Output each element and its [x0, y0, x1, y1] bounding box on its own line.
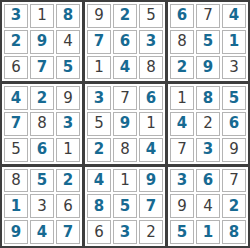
cell-r2c2[interactable]: 9: [30, 30, 54, 54]
cell-r7c5[interactable]: 1: [113, 169, 137, 193]
cell-r9c3[interactable]: 7: [56, 220, 80, 244]
cell-r1c7[interactable]: 6: [170, 4, 194, 28]
cell-r3c5[interactable]: 4: [113, 56, 137, 80]
cell-r5c6[interactable]: 1: [139, 112, 163, 136]
cell-r3c8[interactable]: 9: [196, 56, 220, 80]
cell-r9c9[interactable]: 8: [222, 220, 246, 244]
cell-r8c7[interactable]: 9: [170, 194, 194, 218]
cell-r3c6[interactable]: 8: [139, 56, 163, 80]
cell-r1c8[interactable]: 7: [196, 4, 220, 28]
cell-r6c2[interactable]: 6: [30, 138, 54, 162]
sudoku-board: 3182946759257631486748512934297835613765…: [0, 0, 250, 248]
cell-r3c9[interactable]: 3: [222, 56, 246, 80]
cell-r7c6[interactable]: 9: [139, 169, 163, 193]
cell-r1c3[interactable]: 8: [56, 4, 80, 28]
cell-r9c4[interactable]: 6: [87, 220, 111, 244]
cell-r4c6[interactable]: 6: [139, 86, 163, 110]
cell-r6c6[interactable]: 4: [139, 138, 163, 162]
cell-r4c5[interactable]: 7: [113, 86, 137, 110]
cell-r7c4[interactable]: 4: [87, 169, 111, 193]
cell-r5c8[interactable]: 2: [196, 112, 220, 136]
cell-r9c1[interactable]: 9: [4, 220, 28, 244]
cell-r8c3[interactable]: 6: [56, 194, 80, 218]
cell-r8c5[interactable]: 5: [113, 194, 137, 218]
sudoku-box-3: 674851293: [168, 2, 248, 81]
sudoku-box-9: 367942518: [168, 167, 248, 246]
sudoku-box-7: 852136947: [2, 167, 82, 246]
cell-r1c1[interactable]: 3: [4, 4, 28, 28]
sudoku-box-8: 419857632: [85, 167, 165, 246]
cell-r7c1[interactable]: 8: [4, 169, 28, 193]
cell-r6c5[interactable]: 8: [113, 138, 137, 162]
sudoku-box-2: 925763148: [85, 2, 165, 81]
cell-r6c1[interactable]: 5: [4, 138, 28, 162]
cell-r4c9[interactable]: 5: [222, 86, 246, 110]
cell-r5c5[interactable]: 9: [113, 112, 137, 136]
cell-r9c8[interactable]: 1: [196, 220, 220, 244]
cell-r1c4[interactable]: 9: [87, 4, 111, 28]
cell-r3c3[interactable]: 5: [56, 56, 80, 80]
sudoku-box-1: 318294675: [2, 2, 82, 81]
cell-r2c4[interactable]: 7: [87, 30, 111, 54]
cell-r5c7[interactable]: 4: [170, 112, 194, 136]
cell-r2c3[interactable]: 4: [56, 30, 80, 54]
cell-r8c6[interactable]: 7: [139, 194, 163, 218]
cell-r5c4[interactable]: 5: [87, 112, 111, 136]
cell-r6c4[interactable]: 2: [87, 138, 111, 162]
cell-r9c5[interactable]: 3: [113, 220, 137, 244]
cell-r6c7[interactable]: 7: [170, 138, 194, 162]
cell-r4c8[interactable]: 8: [196, 86, 220, 110]
cell-r4c3[interactable]: 9: [56, 86, 80, 110]
cell-r4c4[interactable]: 3: [87, 86, 111, 110]
cell-r5c9[interactable]: 6: [222, 112, 246, 136]
cell-r1c5[interactable]: 2: [113, 4, 137, 28]
cell-r8c2[interactable]: 3: [30, 194, 54, 218]
cell-r1c6[interactable]: 5: [139, 4, 163, 28]
sudoku-box-6: 185426739: [168, 84, 248, 163]
cell-r3c2[interactable]: 7: [30, 56, 54, 80]
cell-r8c1[interactable]: 1: [4, 194, 28, 218]
cell-r2c1[interactable]: 2: [4, 30, 28, 54]
cell-r6c3[interactable]: 1: [56, 138, 80, 162]
cell-r9c2[interactable]: 4: [30, 220, 54, 244]
cell-r7c8[interactable]: 6: [196, 169, 220, 193]
cell-r7c9[interactable]: 7: [222, 169, 246, 193]
cell-r3c4[interactable]: 1: [87, 56, 111, 80]
cell-r4c7[interactable]: 1: [170, 86, 194, 110]
sudoku-box-4: 429783561: [2, 84, 82, 163]
cell-r5c2[interactable]: 8: [30, 112, 54, 136]
cell-r6c9[interactable]: 9: [222, 138, 246, 162]
cell-r2c7[interactable]: 8: [170, 30, 194, 54]
cell-r2c5[interactable]: 6: [113, 30, 137, 54]
cell-r8c9[interactable]: 2: [222, 194, 246, 218]
cell-r4c1[interactable]: 4: [4, 86, 28, 110]
cell-r7c7[interactable]: 3: [170, 169, 194, 193]
cell-r6c8[interactable]: 3: [196, 138, 220, 162]
cell-r3c1[interactable]: 6: [4, 56, 28, 80]
cell-r8c4[interactable]: 8: [87, 194, 111, 218]
cell-r2c9[interactable]: 1: [222, 30, 246, 54]
cell-r7c2[interactable]: 5: [30, 169, 54, 193]
cell-r2c6[interactable]: 3: [139, 30, 163, 54]
cell-r3c7[interactable]: 2: [170, 56, 194, 80]
cell-r5c1[interactable]: 7: [4, 112, 28, 136]
sudoku-box-5: 376591284: [85, 84, 165, 163]
cell-r5c3[interactable]: 3: [56, 112, 80, 136]
cell-r1c2[interactable]: 1: [30, 4, 54, 28]
cell-r9c6[interactable]: 2: [139, 220, 163, 244]
cell-r2c8[interactable]: 5: [196, 30, 220, 54]
cell-r4c2[interactable]: 2: [30, 86, 54, 110]
cell-r8c8[interactable]: 4: [196, 194, 220, 218]
cell-r9c7[interactable]: 5: [170, 220, 194, 244]
cell-r7c3[interactable]: 2: [56, 169, 80, 193]
cell-r1c9[interactable]: 4: [222, 4, 246, 28]
